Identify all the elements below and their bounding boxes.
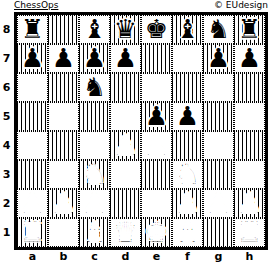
square-d4[interactable]: ♟ (110, 131, 141, 160)
square-g7[interactable]: ♟ (203, 44, 234, 73)
credit-text: © EUdesign (214, 0, 268, 11)
square-b3[interactable] (48, 160, 79, 189)
square-a3[interactable] (17, 160, 48, 189)
square-b6[interactable] (48, 73, 79, 102)
app-title: ChessOps (14, 0, 58, 11)
square-a8[interactable]: ♜ (17, 15, 48, 44)
square-c2[interactable]: ♟ (79, 189, 110, 218)
rank-label-6: 6 (0, 73, 13, 102)
black-pawn-a7[interactable]: ♟ (21, 44, 44, 73)
square-b5[interactable] (48, 102, 79, 131)
black-pawn-b7[interactable]: ♟ (52, 44, 75, 73)
black-knight-g8[interactable]: ♞ (207, 15, 230, 44)
square-c3[interactable]: ♞ (79, 160, 110, 189)
white-pawn-g2[interactable]: ♟ (207, 189, 230, 218)
square-h1[interactable]: ♜ (234, 218, 265, 247)
black-bishop-c8[interactable]: ♝ (83, 15, 106, 44)
square-h2[interactable]: ♟ (234, 189, 265, 218)
square-a7[interactable]: ♟ (17, 44, 48, 73)
board: ♜♝♛♚♝♞♜♟♟♟♟♟♟♞♟♟♟♟♞♞♟♟♟♟♟♟♜♝♛♚♝♜ (14, 12, 268, 250)
white-queen-d1[interactable]: ♛ (114, 218, 137, 247)
file-label-d: d (110, 250, 141, 264)
white-pawn-f2[interactable]: ♟ (176, 189, 199, 218)
black-rook-h8[interactable]: ♜ (238, 15, 261, 44)
square-d5[interactable] (110, 102, 141, 131)
square-g5[interactable] (203, 102, 234, 131)
square-b4[interactable] (48, 131, 79, 160)
white-pawn-c2[interactable]: ♟ (83, 189, 106, 218)
square-h6[interactable] (234, 73, 265, 102)
square-d3[interactable] (110, 160, 141, 189)
file-label-h: h (234, 250, 265, 264)
file-labels: abcdefgh (17, 250, 265, 264)
black-pawn-d7[interactable]: ♟ (114, 44, 137, 73)
square-a4[interactable] (17, 131, 48, 160)
black-queen-d8[interactable]: ♛ (114, 15, 137, 44)
square-c8[interactable]: ♝ (79, 15, 110, 44)
white-rook-a1[interactable]: ♜ (21, 218, 44, 247)
square-d1[interactable]: ♛ (110, 218, 141, 247)
file-label-b: b (48, 250, 79, 264)
square-c6[interactable]: ♞ (79, 73, 110, 102)
rank-label-5: 5 (0, 102, 13, 131)
square-d8[interactable]: ♛ (110, 15, 141, 44)
square-a1[interactable]: ♜ (17, 218, 48, 247)
black-pawn-c7[interactable]: ♟ (83, 44, 106, 73)
square-a2[interactable]: ♟ (17, 189, 48, 218)
square-e3[interactable] (141, 160, 172, 189)
square-f4[interactable] (172, 131, 203, 160)
square-d7[interactable]: ♟ (110, 44, 141, 73)
white-pawn-e4[interactable]: ♟ (145, 131, 168, 160)
rank-label-2: 2 (0, 189, 13, 218)
header: ChessOps © EUdesign (14, 0, 268, 12)
white-bishop-f1[interactable]: ♝ (176, 218, 199, 247)
black-bishop-f8[interactable]: ♝ (176, 15, 199, 44)
square-e1[interactable]: ♚ (141, 218, 172, 247)
square-h7[interactable]: ♟ (234, 44, 265, 73)
square-f6[interactable] (172, 73, 203, 102)
square-h4[interactable] (234, 131, 265, 160)
black-rook-a8[interactable]: ♜ (21, 15, 44, 44)
white-knight-f3[interactable]: ♞ (176, 160, 199, 189)
rank-label-8: 8 (0, 15, 13, 44)
square-b7[interactable]: ♟ (48, 44, 79, 73)
square-c4[interactable] (79, 131, 110, 160)
square-g1[interactable] (203, 218, 234, 247)
square-g6[interactable] (203, 73, 234, 102)
square-e2[interactable] (141, 189, 172, 218)
rank-label-4: 4 (0, 131, 13, 160)
white-pawn-b2[interactable]: ♟ (52, 189, 75, 218)
black-pawn-g7[interactable]: ♟ (207, 44, 230, 73)
square-g4[interactable] (203, 131, 234, 160)
square-b1[interactable] (48, 218, 79, 247)
square-g8[interactable]: ♞ (203, 15, 234, 44)
square-g3[interactable] (203, 160, 234, 189)
square-f5[interactable]: ♟ (172, 102, 203, 131)
square-c1[interactable]: ♝ (79, 218, 110, 247)
rank-labels: 87654321 (0, 15, 13, 247)
square-f2[interactable]: ♟ (172, 189, 203, 218)
square-a6[interactable] (17, 73, 48, 102)
square-a5[interactable] (17, 102, 48, 131)
rank-label-1: 1 (0, 218, 13, 247)
file-label-g: g (203, 250, 234, 264)
square-f1[interactable]: ♝ (172, 218, 203, 247)
square-e4[interactable]: ♟ (141, 131, 172, 160)
square-e5[interactable]: ♟ (141, 102, 172, 131)
rank-label-3: 3 (0, 160, 13, 189)
square-c5[interactable] (79, 102, 110, 131)
square-c7[interactable]: ♟ (79, 44, 110, 73)
white-bishop-c1[interactable]: ♝ (83, 218, 106, 247)
square-e8[interactable]: ♚ (141, 15, 172, 44)
square-d2[interactable] (110, 189, 141, 218)
black-pawn-f5[interactable]: ♟ (176, 102, 199, 131)
file-label-a: a (17, 250, 48, 264)
file-label-e: e (141, 250, 172, 264)
white-knight-c3[interactable]: ♞ (83, 160, 106, 189)
file-label-f: f (172, 250, 203, 264)
black-knight-c6[interactable]: ♞ (83, 73, 106, 102)
file-label-c: c (79, 250, 110, 264)
square-f8[interactable]: ♝ (172, 15, 203, 44)
black-pawn-h7[interactable]: ♟ (238, 44, 261, 73)
square-f7[interactable] (172, 44, 203, 73)
white-rook-h1[interactable]: ♜ (238, 218, 261, 247)
square-d6[interactable] (110, 73, 141, 102)
black-pawn-e5[interactable]: ♟ (145, 102, 168, 131)
square-h5[interactable] (234, 102, 265, 131)
square-e7[interactable] (141, 44, 172, 73)
square-e6[interactable] (141, 73, 172, 102)
white-pawn-a2[interactable]: ♟ (21, 189, 44, 218)
square-h8[interactable]: ♜ (234, 15, 265, 44)
white-pawn-d4[interactable]: ♟ (114, 131, 137, 160)
white-king-e1[interactable]: ♚ (145, 218, 168, 247)
square-g2[interactable]: ♟ (203, 189, 234, 218)
black-king-e8[interactable]: ♚ (145, 15, 168, 44)
white-pawn-h2[interactable]: ♟ (238, 189, 261, 218)
square-f3[interactable]: ♞ (172, 160, 203, 189)
square-h3[interactable] (234, 160, 265, 189)
square-b8[interactable] (48, 15, 79, 44)
chessops-diagram: ChessOps © EUdesign 87654321 ♜♝♛♚♝♞♜♟♟♟♟… (0, 0, 270, 270)
square-b2[interactable]: ♟ (48, 189, 79, 218)
rank-label-7: 7 (0, 44, 13, 73)
